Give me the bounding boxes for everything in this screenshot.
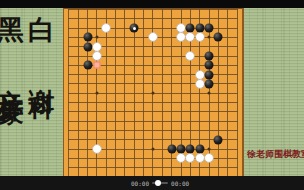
top-letterbox-bar	[0, 0, 304, 8]
stone-white	[195, 79, 204, 88]
stone-black	[195, 24, 204, 33]
stone-white	[177, 154, 186, 163]
last-move-marker	[133, 27, 136, 30]
stone-white	[195, 154, 204, 163]
grid-line-v	[227, 9, 228, 177]
stone-white	[92, 42, 101, 51]
square-marker	[93, 62, 100, 69]
grid-line-h	[68, 102, 237, 103]
stone-black	[214, 135, 223, 144]
go-board[interactable]	[63, 8, 244, 190]
stone-black	[205, 52, 214, 61]
seek-knob[interactable]	[155, 180, 161, 186]
time-total: 00:00	[171, 180, 189, 187]
left-player-panel: 黑 辛梓豪 白 谢科	[0, 8, 63, 190]
stone-white	[205, 154, 214, 163]
stone-white	[186, 33, 195, 42]
stone-black	[205, 70, 214, 79]
star-point	[208, 36, 211, 39]
stone-white	[195, 70, 204, 79]
stone-black	[205, 79, 214, 88]
stone-white	[148, 33, 157, 42]
stone-black	[214, 33, 223, 42]
grid-line-h	[68, 167, 237, 168]
stone-black	[186, 145, 195, 154]
stone-black	[195, 145, 204, 154]
stone-white	[195, 33, 204, 42]
stone-black	[130, 24, 139, 33]
stone-black	[167, 145, 176, 154]
star-point	[151, 92, 154, 95]
star-point	[95, 92, 98, 95]
stone-white	[177, 33, 186, 42]
stone-white	[177, 24, 186, 33]
time-current: 00:00	[131, 180, 149, 187]
stone-white	[92, 52, 101, 61]
white-player-name: 谢科	[28, 68, 54, 78]
channel-watermark: 徐老师围棋教室	[247, 148, 304, 161]
star-point	[208, 148, 211, 151]
grid-line-h	[68, 130, 237, 131]
right-side-panel: 徐老师围棋教室	[241, 8, 304, 190]
stone-white	[102, 24, 111, 33]
stone-black	[177, 145, 186, 154]
black-player-name: 辛梓豪	[0, 68, 23, 83]
star-point	[95, 36, 98, 39]
grid-line-h	[68, 139, 237, 140]
grid-line-v	[162, 9, 163, 177]
star-point	[208, 92, 211, 95]
stone-black	[83, 61, 92, 70]
stone-white	[186, 52, 195, 61]
stone-white	[92, 145, 101, 154]
stone-black	[83, 33, 92, 42]
stone-black	[205, 24, 214, 33]
stone-black	[205, 61, 214, 70]
black-player-label: 黑	[0, 17, 24, 44]
star-point	[151, 148, 154, 151]
seek-group[interactable]: 00:00 00:00	[131, 176, 189, 190]
grid-line-v	[237, 9, 238, 177]
grid-line-h	[68, 121, 237, 122]
white-player-label: 白	[28, 17, 55, 44]
video-frame: 黑 辛梓豪 白 谢科 徐老师围棋教室 00:00 00:00	[0, 0, 304, 190]
seek-track[interactable]	[152, 182, 168, 184]
stone-white	[186, 154, 195, 163]
stone-black	[83, 42, 92, 51]
stone-black	[186, 24, 195, 33]
video-control-bar[interactable]: 00:00 00:00	[0, 176, 304, 190]
grid-line-h	[68, 111, 237, 112]
